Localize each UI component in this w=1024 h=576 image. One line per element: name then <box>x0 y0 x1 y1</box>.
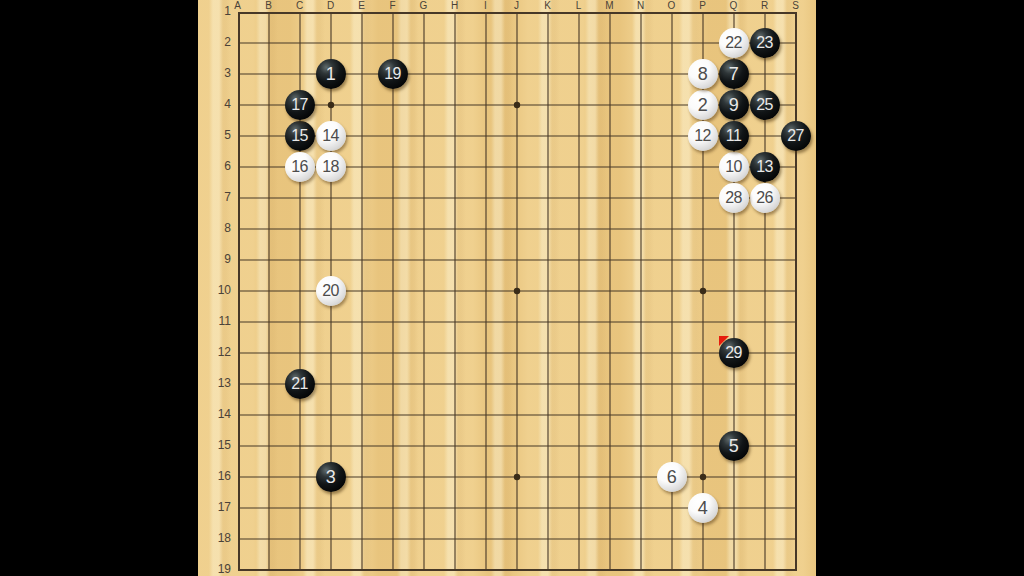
stone-number: 3 <box>326 468 336 486</box>
letterbox-left <box>0 0 198 576</box>
stone-number: 5 <box>729 437 739 455</box>
stone-black-15-C5: 15 <box>285 121 315 151</box>
stone-number: 9 <box>729 96 739 114</box>
stone-white-14-D5: 14 <box>316 121 346 151</box>
stone-number: 26 <box>756 190 773 206</box>
stone-white-4-P17: 4 <box>688 493 718 523</box>
stone-number: 22 <box>725 35 742 51</box>
stones-grid: 1234567891011121314151617181920212223252… <box>222 0 811 576</box>
stone-black-3-D16: 3 <box>316 462 346 492</box>
stone-black-7-Q3: 7 <box>719 59 749 89</box>
stone-white-16-C6: 16 <box>285 152 315 182</box>
stone-white-26-R7: 26 <box>750 183 780 213</box>
stone-white-6-O16: 6 <box>657 462 687 492</box>
stone-number: 16 <box>291 159 308 175</box>
stone-number: 20 <box>322 283 339 299</box>
stone-number: 4 <box>698 499 708 517</box>
letterbox-right <box>816 0 1024 576</box>
stone-number: 12 <box>694 128 711 144</box>
stone-number: 18 <box>322 159 339 175</box>
stone-black-27-S5: 27 <box>781 121 811 151</box>
stone-white-18-D6: 18 <box>316 152 346 182</box>
stone-black-1-D3: 1 <box>316 59 346 89</box>
stone-white-12-P5: 12 <box>688 121 718 151</box>
stone-number: 19 <box>384 66 401 82</box>
stone-black-9-Q4: 9 <box>719 90 749 120</box>
stone-number: 11 <box>726 128 741 144</box>
stone-number: 13 <box>756 159 773 175</box>
last-move-marker <box>719 336 729 346</box>
stone-number: 7 <box>729 65 739 83</box>
video-frame: ABCDEFGHIJKLMNOPQRS 12345678910111213141… <box>0 0 1024 576</box>
stone-number: 21 <box>291 376 308 392</box>
stone-white-2-P4: 2 <box>688 90 718 120</box>
stone-white-10-Q6: 10 <box>719 152 749 182</box>
stone-white-28-Q7: 28 <box>719 183 749 213</box>
stone-black-17-C4: 17 <box>285 90 315 120</box>
stone-black-29-Q12: 29 <box>719 338 749 368</box>
stone-white-20-D10: 20 <box>316 276 346 306</box>
stone-number: 25 <box>756 97 773 113</box>
stone-number: 28 <box>725 190 742 206</box>
stone-number: 15 <box>291 128 308 144</box>
stone-number: 17 <box>291 97 308 113</box>
stone-number: 8 <box>698 65 708 83</box>
stone-number: 6 <box>667 468 677 486</box>
stone-black-25-R4: 25 <box>750 90 780 120</box>
stone-black-23-R2: 23 <box>750 28 780 58</box>
stone-number: 29 <box>725 345 742 361</box>
stone-white-8-P3: 8 <box>688 59 718 89</box>
stone-number: 10 <box>725 159 742 175</box>
stone-number: 27 <box>787 128 804 144</box>
stone-black-11-Q5: 11 <box>719 121 749 151</box>
stone-number: 23 <box>756 35 773 51</box>
stone-black-13-R6: 13 <box>750 152 780 182</box>
stone-white-22-Q2: 22 <box>719 28 749 58</box>
stone-number: 2 <box>698 96 708 114</box>
stone-number: 14 <box>322 128 339 144</box>
stone-black-5-Q15: 5 <box>719 431 749 461</box>
stone-black-21-C13: 21 <box>285 369 315 399</box>
stone-number: 1 <box>326 65 336 83</box>
stone-black-19-F3: 19 <box>378 59 408 89</box>
